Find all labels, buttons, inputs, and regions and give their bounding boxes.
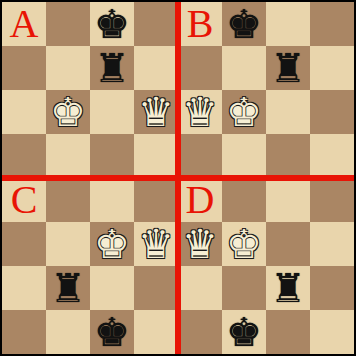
piece-black-rook[interactable]: ♜	[266, 266, 310, 310]
board-square[interactable]: ♚	[222, 222, 266, 266]
board-square[interactable]	[310, 134, 354, 178]
board-square[interactable]	[266, 134, 310, 178]
board-square[interactable]	[90, 134, 134, 178]
board-square[interactable]: D	[178, 178, 222, 222]
board-square[interactable]: ♚	[90, 2, 134, 46]
board-square[interactable]: ♚	[222, 310, 266, 354]
board-square[interactable]: ♚	[222, 2, 266, 46]
piece-white-queen[interactable]: ♛	[134, 222, 178, 266]
piece-white-king[interactable]: ♚	[46, 90, 90, 134]
board-square[interactable]: A	[2, 2, 46, 46]
board-square[interactable]	[2, 222, 46, 266]
board-square[interactable]	[134, 46, 178, 90]
board-square[interactable]	[2, 266, 46, 310]
board-square[interactable]: ♜	[46, 266, 90, 310]
board-square[interactable]: B	[178, 2, 222, 46]
piece-white-queen[interactable]: ♛	[178, 90, 222, 134]
board-square[interactable]	[310, 178, 354, 222]
board-square[interactable]	[310, 90, 354, 134]
board-square[interactable]	[90, 266, 134, 310]
board-square[interactable]	[2, 46, 46, 90]
piece-white-queen[interactable]: ♛	[178, 222, 222, 266]
board-square[interactable]	[222, 178, 266, 222]
piece-white-king[interactable]: ♚	[222, 222, 266, 266]
board-square[interactable]	[178, 310, 222, 354]
board-square[interactable]	[46, 178, 90, 222]
board-square[interactable]	[178, 46, 222, 90]
board-square[interactable]	[134, 266, 178, 310]
piece-white-queen[interactable]: ♛	[134, 90, 178, 134]
board-square[interactable]	[90, 178, 134, 222]
board-square[interactable]	[310, 310, 354, 354]
board-square[interactable]: ♚	[222, 90, 266, 134]
board-square[interactable]: ♚	[90, 222, 134, 266]
board-square[interactable]: ♚	[90, 310, 134, 354]
board-square[interactable]	[310, 266, 354, 310]
board-square[interactable]	[134, 2, 178, 46]
board-square[interactable]: ♛	[178, 90, 222, 134]
piece-black-rook[interactable]: ♜	[46, 266, 90, 310]
board-square[interactable]	[46, 134, 90, 178]
board-square[interactable]	[222, 134, 266, 178]
piece-white-king[interactable]: ♚	[90, 222, 134, 266]
board-square[interactable]	[222, 266, 266, 310]
chess-puzzle-board: A♚B♚♜♜♚♛♛♚CD♚♛♛♚♜♜♚♚	[0, 0, 356, 356]
board-square[interactable]	[222, 46, 266, 90]
board-square[interactable]	[266, 178, 310, 222]
board-square[interactable]	[266, 222, 310, 266]
board-square[interactable]: ♜	[90, 46, 134, 90]
board-square[interactable]	[310, 2, 354, 46]
piece-white-king[interactable]: ♚	[222, 90, 266, 134]
board-square[interactable]: ♜	[266, 266, 310, 310]
board-square[interactable]	[46, 2, 90, 46]
board-square[interactable]: C	[2, 178, 46, 222]
board-square[interactable]: ♛	[134, 90, 178, 134]
board-square[interactable]	[46, 46, 90, 90]
board-square[interactable]	[2, 90, 46, 134]
board-square[interactable]	[266, 90, 310, 134]
board-square[interactable]	[46, 222, 90, 266]
board-square[interactable]	[310, 222, 354, 266]
quadrant-label-b: B	[178, 2, 222, 46]
board-square[interactable]	[310, 46, 354, 90]
quadrant-label-d: D	[178, 178, 222, 222]
board-square[interactable]: ♛	[134, 222, 178, 266]
board-square[interactable]	[134, 310, 178, 354]
board-square[interactable]	[178, 134, 222, 178]
piece-black-king[interactable]: ♚	[90, 310, 134, 354]
quadrant-label-a: A	[2, 2, 46, 46]
piece-black-rook[interactable]: ♜	[266, 46, 310, 90]
board-square[interactable]	[2, 134, 46, 178]
board-square[interactable]	[266, 2, 310, 46]
board-square[interactable]	[134, 134, 178, 178]
quadrant-label-c: C	[2, 178, 46, 222]
board-square[interactable]: ♛	[178, 222, 222, 266]
piece-black-king[interactable]: ♚	[222, 310, 266, 354]
board-square[interactable]: ♚	[46, 90, 90, 134]
quadrant-divider-horizontal	[2, 175, 354, 181]
board-square[interactable]	[46, 310, 90, 354]
board-square[interactable]	[178, 266, 222, 310]
board-square[interactable]	[2, 310, 46, 354]
board-square[interactable]	[266, 310, 310, 354]
piece-black-king[interactable]: ♚	[222, 2, 266, 46]
board-square[interactable]	[134, 178, 178, 222]
board-square[interactable]: ♜	[266, 46, 310, 90]
piece-black-king[interactable]: ♚	[90, 2, 134, 46]
board-square[interactable]	[90, 90, 134, 134]
piece-black-rook[interactable]: ♜	[90, 46, 134, 90]
